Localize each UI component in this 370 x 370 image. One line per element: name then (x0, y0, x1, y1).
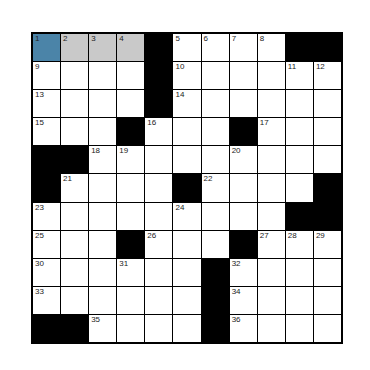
grid-cell[interactable] (61, 287, 88, 314)
highlighted-cell[interactable]: 3 (89, 34, 116, 61)
black-cell (173, 174, 200, 201)
grid-cell[interactable]: 22 (202, 174, 229, 201)
clue-number: 20 (232, 146, 241, 156)
grid-cell[interactable]: 29 (314, 231, 341, 258)
clue-number: 25 (35, 231, 44, 241)
grid-cell[interactable] (61, 259, 88, 286)
black-cell (202, 259, 229, 286)
clue-number: 33 (35, 287, 44, 297)
black-cell (145, 90, 172, 117)
clue-number: 6 (204, 34, 208, 44)
clue-number: 10 (175, 62, 184, 72)
clue-number: 27 (260, 231, 269, 241)
highlighted-cell[interactable]: 2 (61, 34, 88, 61)
clue-number: 9 (35, 62, 39, 72)
grid-cell[interactable] (314, 118, 341, 145)
clue-number: 2 (63, 34, 67, 44)
black-cell (286, 203, 313, 230)
grid-cell[interactable] (117, 287, 144, 314)
grid-cell[interactable] (202, 146, 229, 173)
grid-cell[interactable] (258, 315, 285, 342)
grid-cell[interactable] (230, 203, 257, 230)
grid-cell[interactable] (89, 287, 116, 314)
black-cell (314, 203, 341, 230)
grid-cell[interactable] (145, 174, 172, 201)
grid-cell[interactable]: 14 (173, 90, 200, 117)
clue-number: 28 (288, 231, 297, 241)
black-cell (117, 231, 144, 258)
grid-cell[interactable] (145, 287, 172, 314)
grid-cell[interactable] (61, 118, 88, 145)
grid-cell[interactable] (258, 62, 285, 89)
grid-cell[interactable]: 5 (173, 34, 200, 61)
grid-cell[interactable] (286, 118, 313, 145)
grid-cell[interactable] (89, 231, 116, 258)
grid-cell[interactable] (314, 315, 341, 342)
grid-cell[interactable]: 10 (173, 62, 200, 89)
grid-cell[interactable] (286, 315, 313, 342)
grid-cell[interactable] (230, 90, 257, 117)
clue-number: 17 (260, 118, 269, 128)
grid-cell[interactable] (258, 259, 285, 286)
grid-cell[interactable] (173, 231, 200, 258)
clue-number: 8 (260, 34, 264, 44)
black-cell (202, 315, 229, 342)
grid-cell[interactable] (314, 287, 341, 314)
black-cell (33, 174, 60, 201)
grid-cell[interactable] (286, 287, 313, 314)
clue-number: 24 (175, 203, 184, 213)
grid-cell[interactable]: 20 (230, 146, 257, 173)
grid-cell[interactable]: 11 (286, 62, 313, 89)
grid-cell[interactable]: 24 (173, 203, 200, 230)
grid-cell[interactable] (202, 231, 229, 258)
grid-cell[interactable] (117, 174, 144, 201)
grid-cell[interactable] (202, 203, 229, 230)
grid-cell[interactable] (117, 315, 144, 342)
clue-number: 36 (232, 315, 241, 325)
grid-cell[interactable] (173, 146, 200, 173)
grid-cell[interactable] (258, 174, 285, 201)
grid-cell[interactable]: 26 (145, 231, 172, 258)
grid-cell[interactable] (117, 62, 144, 89)
grid-cell[interactable]: 16 (145, 118, 172, 145)
grid-cell[interactable]: 8 (258, 34, 285, 61)
grid-cell[interactable]: 23 (33, 203, 60, 230)
grid-cell[interactable] (314, 146, 341, 173)
clue-number: 23 (35, 203, 44, 213)
grid-cell[interactable]: 15 (33, 118, 60, 145)
grid-cell[interactable] (89, 203, 116, 230)
clue-number: 29 (316, 231, 325, 241)
grid-cell[interactable] (145, 315, 172, 342)
black-cell (314, 34, 341, 61)
grid-cell[interactable] (230, 62, 257, 89)
black-cell (286, 34, 313, 61)
clue-number: 4 (119, 34, 123, 44)
grid-cell[interactable] (202, 90, 229, 117)
clue-number: 7 (232, 34, 236, 44)
clue-number: 19 (119, 146, 128, 156)
selected-cell[interactable]: 1 (33, 34, 60, 61)
grid-cell[interactable] (173, 259, 200, 286)
grid-cell[interactable]: 33 (33, 287, 60, 314)
grid-cell[interactable] (117, 90, 144, 117)
grid-cell[interactable] (117, 203, 144, 230)
grid-cell[interactable] (145, 259, 172, 286)
clue-number: 13 (35, 90, 44, 100)
grid-cell[interactable] (89, 118, 116, 145)
highlighted-cell[interactable]: 4 (117, 34, 144, 61)
grid-cell[interactable]: 17 (258, 118, 285, 145)
grid-cell[interactable] (61, 231, 88, 258)
black-cell (230, 231, 257, 258)
clue-number: 5 (175, 34, 179, 44)
black-cell (117, 118, 144, 145)
grid-cell[interactable] (173, 287, 200, 314)
clue-number: 34 (232, 287, 241, 297)
black-cell (61, 146, 88, 173)
grid-cell[interactable] (286, 90, 313, 117)
grid-cell[interactable]: 32 (230, 259, 257, 286)
grid-cell[interactable] (89, 62, 116, 89)
clue-number: 1 (35, 34, 39, 44)
grid-cell[interactable]: 12 (314, 62, 341, 89)
clue-number: 14 (175, 90, 184, 100)
grid-cell[interactable] (89, 90, 116, 117)
black-cell (202, 287, 229, 314)
grid-cell[interactable] (145, 146, 172, 173)
grid-cell[interactable]: 27 (258, 231, 285, 258)
black-cell (33, 146, 60, 173)
grid-cell[interactable]: 28 (286, 231, 313, 258)
grid-cell[interactable]: 35 (89, 315, 116, 342)
clue-number: 16 (147, 118, 156, 128)
grid-cell[interactable] (286, 146, 313, 173)
clue-number: 26 (147, 231, 156, 241)
grid-cell[interactable]: 7 (230, 34, 257, 61)
clue-number: 31 (119, 259, 128, 269)
clue-number: 30 (35, 259, 44, 269)
grid-cell[interactable] (173, 315, 200, 342)
grid-cell[interactable] (173, 118, 200, 145)
grid-cell[interactable] (286, 174, 313, 201)
grid-cell[interactable]: 9 (33, 62, 60, 89)
grid-cell[interactable] (258, 146, 285, 173)
grid-cell[interactable]: 36 (230, 315, 257, 342)
grid-cell[interactable]: 31 (117, 259, 144, 286)
black-cell (314, 174, 341, 201)
grid-cell[interactable] (61, 203, 88, 230)
grid-cell[interactable] (258, 287, 285, 314)
clue-number: 35 (91, 315, 100, 325)
clue-number: 32 (232, 259, 241, 269)
clue-number: 22 (204, 174, 213, 184)
grid-cell[interactable] (230, 174, 257, 201)
grid-cell[interactable] (202, 62, 229, 89)
crossword-grid: 1234567891011121314151617181920212223242… (31, 32, 343, 344)
grid-cell[interactable] (89, 174, 116, 201)
grid-cell[interactable] (258, 203, 285, 230)
clue-number: 3 (91, 34, 95, 44)
grid-cell[interactable] (286, 259, 313, 286)
clue-number: 12 (316, 62, 325, 72)
grid-cell[interactable]: 18 (89, 146, 116, 173)
grid-cell[interactable]: 21 (61, 174, 88, 201)
grid-cell[interactable]: 19 (117, 146, 144, 173)
grid-cell[interactable]: 13 (33, 90, 60, 117)
grid-cell[interactable] (145, 203, 172, 230)
black-cell (145, 62, 172, 89)
grid-cell[interactable] (314, 90, 341, 117)
black-cell (145, 34, 172, 61)
clue-number: 21 (63, 174, 72, 184)
grid-cell[interactable]: 25 (33, 231, 60, 258)
grid-cell[interactable] (202, 118, 229, 145)
grid-cell[interactable]: 6 (202, 34, 229, 61)
clue-number: 15 (35, 118, 44, 128)
grid-cell[interactable]: 30 (33, 259, 60, 286)
black-cell (230, 118, 257, 145)
grid-cell[interactable] (258, 90, 285, 117)
grid-cell[interactable] (89, 259, 116, 286)
grid-cell[interactable] (314, 259, 341, 286)
black-cell (61, 315, 88, 342)
clue-number: 18 (91, 146, 100, 156)
black-cell (33, 315, 60, 342)
grid-cell[interactable] (61, 62, 88, 89)
clue-number: 11 (288, 62, 296, 72)
grid-cell[interactable] (61, 90, 88, 117)
grid-cell[interactable]: 34 (230, 287, 257, 314)
